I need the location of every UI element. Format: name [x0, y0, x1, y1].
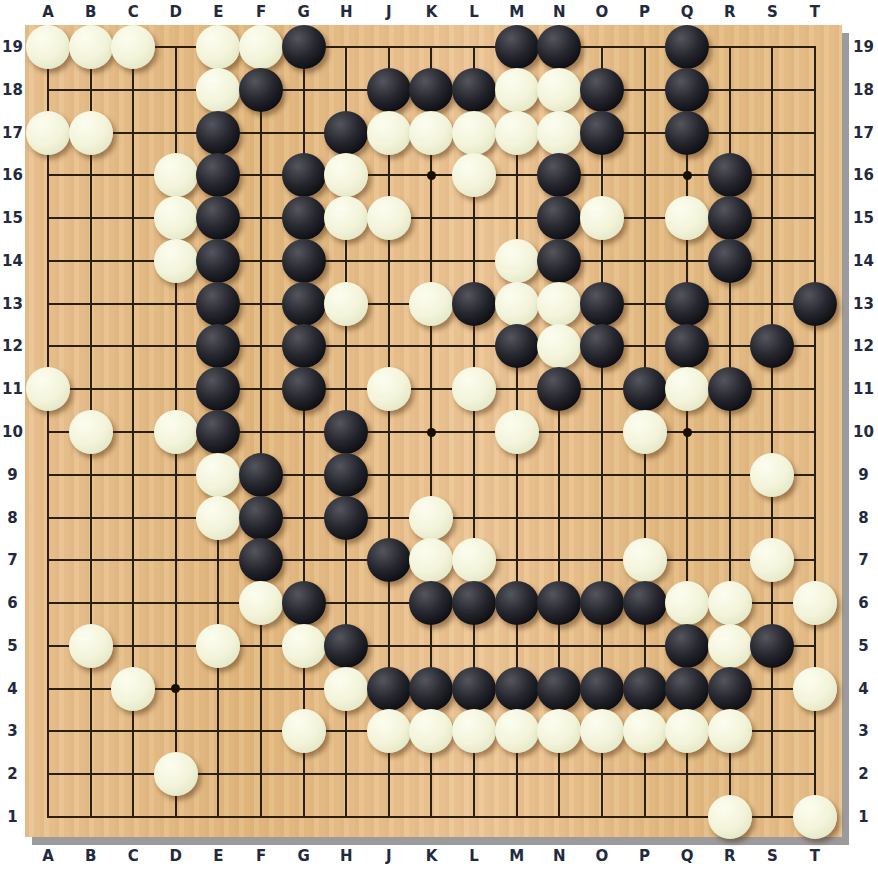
col-label-bottom-P: P [633, 847, 657, 865]
col-label-top-E: E [206, 3, 230, 21]
col-label-top-N: N [547, 3, 571, 21]
stone-white-F19[interactable] [239, 25, 283, 69]
stone-white-R1[interactable] [708, 795, 752, 839]
stone-black-J18[interactable] [367, 68, 411, 112]
col-label-bottom-H: H [334, 847, 358, 865]
row-label-left-19: 19 [1, 38, 24, 56]
stone-black-G19[interactable] [282, 25, 326, 69]
stone-white-H4[interactable] [324, 667, 368, 711]
stone-black-K18[interactable] [409, 68, 453, 112]
stone-white-M10[interactable] [495, 410, 539, 454]
stone-black-G16[interactable] [282, 153, 326, 197]
stone-black-P11[interactable] [623, 367, 667, 411]
stone-black-R16[interactable] [708, 153, 752, 197]
col-label-top-G: G [292, 3, 316, 21]
stone-white-S9[interactable] [750, 453, 794, 497]
col-label-bottom-T: T [803, 847, 827, 865]
col-label-bottom-M: M [505, 847, 529, 865]
row-label-right-15: 15 [851, 209, 876, 227]
stone-white-E8[interactable] [196, 496, 240, 540]
stone-black-G6[interactable] [282, 581, 326, 625]
row-label-left-12: 12 [1, 337, 24, 355]
col-label-bottom-E: E [206, 847, 230, 865]
row-label-left-1: 1 [1, 808, 24, 826]
row-label-left-13: 13 [1, 295, 24, 313]
stone-black-O4[interactable] [580, 667, 624, 711]
stone-black-F18[interactable] [239, 68, 283, 112]
stone-black-M6[interactable] [495, 581, 539, 625]
col-label-bottom-Q: Q [675, 847, 699, 865]
stone-white-J17[interactable] [367, 111, 411, 155]
row-label-right-10: 10 [851, 423, 876, 441]
row-label-left-5: 5 [1, 637, 24, 655]
row-label-right-1: 1 [851, 808, 876, 826]
row-label-left-16: 16 [1, 166, 24, 184]
row-label-left-2: 2 [1, 765, 24, 783]
col-label-top-J: J [377, 3, 401, 21]
col-label-bottom-K: K [419, 847, 443, 865]
stone-black-N14[interactable] [537, 239, 581, 283]
stone-black-K4[interactable] [409, 667, 453, 711]
stone-black-G12[interactable] [282, 324, 326, 368]
col-label-top-R: R [718, 3, 742, 21]
row-label-right-13: 13 [851, 295, 876, 313]
stone-black-E13[interactable] [196, 282, 240, 326]
stone-black-O6[interactable] [580, 581, 624, 625]
stone-white-M3[interactable] [495, 709, 539, 753]
col-label-top-T: T [803, 3, 827, 21]
stone-black-J7[interactable] [367, 538, 411, 582]
col-label-bottom-J: J [377, 847, 401, 865]
stone-white-D2[interactable] [154, 752, 198, 796]
stone-white-D15[interactable] [154, 196, 198, 240]
stone-white-T6[interactable] [793, 581, 837, 625]
col-label-top-M: M [505, 3, 529, 21]
row-label-left-11: 11 [1, 380, 24, 398]
row-label-right-7: 7 [851, 551, 876, 569]
stone-black-G11[interactable] [282, 367, 326, 411]
stone-white-K8[interactable] [409, 496, 453, 540]
row-label-right-3: 3 [851, 722, 876, 740]
stone-white-J15[interactable] [367, 196, 411, 240]
stone-black-M4[interactable] [495, 667, 539, 711]
row-label-right-14: 14 [851, 252, 876, 270]
col-label-top-F: F [249, 3, 273, 21]
col-label-top-Q: Q [675, 3, 699, 21]
col-label-bottom-S: S [760, 847, 784, 865]
stone-black-Q18[interactable] [665, 68, 709, 112]
stone-black-N19[interactable] [537, 25, 581, 69]
col-label-bottom-F: F [249, 847, 273, 865]
stone-black-H8[interactable] [324, 496, 368, 540]
col-label-top-P: P [633, 3, 657, 21]
stone-white-M14[interactable] [495, 239, 539, 283]
col-label-top-B: B [79, 3, 103, 21]
col-label-top-H: H [334, 3, 358, 21]
stone-white-R6[interactable] [708, 581, 752, 625]
row-label-left-9: 9 [1, 466, 24, 484]
go-game-page: AABBCCDDEEFFGGHHJJKKLLMMNNOOPPQQRRSSTT19… [0, 0, 878, 871]
stone-black-M19[interactable] [495, 25, 539, 69]
stone-black-E17[interactable] [196, 111, 240, 155]
stone-black-L13[interactable] [452, 282, 496, 326]
stone-white-M17[interactable] [495, 111, 539, 155]
row-label-right-9: 9 [851, 466, 876, 484]
stone-black-G13[interactable] [282, 282, 326, 326]
stone-white-E9[interactable] [196, 453, 240, 497]
row-label-left-4: 4 [1, 680, 24, 698]
stone-white-D14[interactable] [154, 239, 198, 283]
stone-white-B10[interactable] [69, 410, 113, 454]
stone-black-H10[interactable] [324, 410, 368, 454]
stone-white-L11[interactable] [452, 367, 496, 411]
stone-black-T13[interactable] [793, 282, 837, 326]
stone-black-S5[interactable] [750, 624, 794, 668]
row-label-left-7: 7 [1, 551, 24, 569]
stone-white-A17[interactable] [26, 111, 70, 155]
col-label-top-K: K [419, 3, 443, 21]
col-label-bottom-D: D [164, 847, 188, 865]
stone-black-G15[interactable] [282, 196, 326, 240]
stone-white-N18[interactable] [537, 68, 581, 112]
stone-white-A11[interactable] [26, 367, 70, 411]
stone-black-M12[interactable] [495, 324, 539, 368]
stone-white-P3[interactable] [623, 709, 667, 753]
stone-black-O13[interactable] [580, 282, 624, 326]
col-label-bottom-L: L [462, 847, 486, 865]
stone-black-P6[interactable] [623, 581, 667, 625]
col-label-top-D: D [164, 3, 188, 21]
stone-white-P7[interactable] [623, 538, 667, 582]
row-label-left-10: 10 [1, 423, 24, 441]
stone-white-J11[interactable] [367, 367, 411, 411]
row-label-left-18: 18 [1, 81, 24, 99]
stone-white-P10[interactable] [623, 410, 667, 454]
stone-white-G5[interactable] [282, 624, 326, 668]
stone-white-Q15[interactable] [665, 196, 709, 240]
stone-black-P4[interactable] [623, 667, 667, 711]
row-label-right-5: 5 [851, 637, 876, 655]
stone-white-K13[interactable] [409, 282, 453, 326]
col-label-bottom-B: B [79, 847, 103, 865]
stone-white-C4[interactable] [111, 667, 155, 711]
col-label-bottom-C: C [121, 847, 145, 865]
col-label-bottom-O: O [590, 847, 614, 865]
stone-white-N17[interactable] [537, 111, 581, 155]
row-label-right-12: 12 [851, 337, 876, 355]
col-label-top-S: S [760, 3, 784, 21]
row-label-right-2: 2 [851, 765, 876, 783]
stone-white-O15[interactable] [580, 196, 624, 240]
stone-black-H5[interactable] [324, 624, 368, 668]
stone-white-B5[interactable] [69, 624, 113, 668]
stone-white-L17[interactable] [452, 111, 496, 155]
col-label-top-A: A [36, 3, 60, 21]
stone-white-Q6[interactable] [665, 581, 709, 625]
col-label-top-L: L [462, 3, 486, 21]
stone-white-G3[interactable] [282, 709, 326, 753]
row-label-left-8: 8 [1, 509, 24, 527]
stone-white-N13[interactable] [537, 282, 581, 326]
row-label-right-16: 16 [851, 166, 876, 184]
row-label-left-6: 6 [1, 594, 24, 612]
stone-black-Q19[interactable] [665, 25, 709, 69]
stone-black-R11[interactable] [708, 367, 752, 411]
stone-black-O17[interactable] [580, 111, 624, 155]
stone-black-R15[interactable] [708, 196, 752, 240]
stone-black-R14[interactable] [708, 239, 752, 283]
stone-black-F8[interactable] [239, 496, 283, 540]
stone-white-D16[interactable] [154, 153, 198, 197]
row-label-right-18: 18 [851, 81, 876, 99]
stone-white-B17[interactable] [69, 111, 113, 155]
stone-white-B19[interactable] [69, 25, 113, 69]
stone-white-K17[interactable] [409, 111, 453, 155]
stone-black-G14[interactable] [282, 239, 326, 283]
stone-black-L4[interactable] [452, 667, 496, 711]
stone-black-L18[interactable] [452, 68, 496, 112]
stone-black-H9[interactable] [324, 453, 368, 497]
col-label-bottom-G: G [292, 847, 316, 865]
stone-black-H17[interactable] [324, 111, 368, 155]
row-label-left-15: 15 [1, 209, 24, 227]
stone-black-L6[interactable] [452, 581, 496, 625]
row-label-right-6: 6 [851, 594, 876, 612]
row-label-left-17: 17 [1, 124, 24, 142]
stone-black-Q5[interactable] [665, 624, 709, 668]
col-label-bottom-A: A [36, 847, 60, 865]
stone-black-F9[interactable] [239, 453, 283, 497]
stone-white-R5[interactable] [708, 624, 752, 668]
row-label-right-11: 11 [851, 380, 876, 398]
stone-white-A19[interactable] [26, 25, 70, 69]
stone-black-Q17[interactable] [665, 111, 709, 155]
stone-white-F6[interactable] [239, 581, 283, 625]
row-label-left-3: 3 [1, 722, 24, 740]
row-label-right-17: 17 [851, 124, 876, 142]
stone-white-R3[interactable] [708, 709, 752, 753]
stone-black-Q13[interactable] [665, 282, 709, 326]
stone-white-T4[interactable] [793, 667, 837, 711]
row-label-right-4: 4 [851, 680, 876, 698]
col-label-bottom-N: N [547, 847, 571, 865]
stone-white-D10[interactable] [154, 410, 198, 454]
stone-black-Q4[interactable] [665, 667, 709, 711]
row-label-right-8: 8 [851, 509, 876, 527]
stone-black-N4[interactable] [537, 667, 581, 711]
row-label-left-14: 14 [1, 252, 24, 270]
col-label-top-O: O [590, 3, 614, 21]
stone-black-R4[interactable] [708, 667, 752, 711]
row-label-right-19: 19 [851, 38, 876, 56]
stone-white-M18[interactable] [495, 68, 539, 112]
stone-white-E18[interactable] [196, 68, 240, 112]
stone-black-O18[interactable] [580, 68, 624, 112]
stone-white-H13[interactable] [324, 282, 368, 326]
stone-white-M13[interactable] [495, 282, 539, 326]
stone-white-C19[interactable] [111, 25, 155, 69]
col-label-top-C: C [121, 3, 145, 21]
stone-white-T1[interactable] [793, 795, 837, 839]
stone-black-J4[interactable] [367, 667, 411, 711]
col-label-bottom-R: R [718, 847, 742, 865]
